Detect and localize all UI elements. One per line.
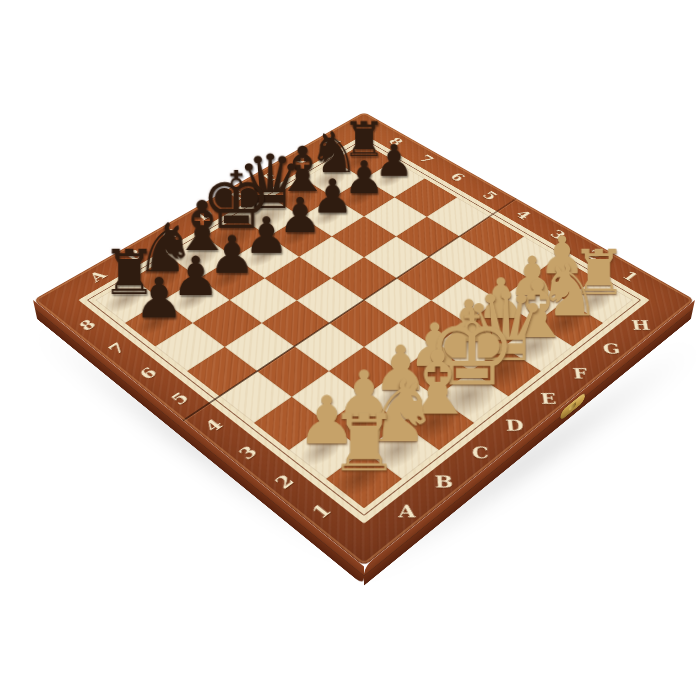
scene-3d: AABBCCDDEEFFGGHH1122334455667788 ♜♞♝♚♛♝♞… bbox=[0, 0, 700, 700]
white-bishop-icon: ♝ bbox=[361, 302, 514, 427]
product-photo: AABBCCDDEEFFGGHH1122334455667788 ♜♞♝♚♛♝♞… bbox=[0, 0, 700, 700]
white-pawn-icon: ♟ bbox=[287, 302, 440, 427]
chess-board: AABBCCDDEEFFGGHH1122334455667788 ♜♞♝♚♛♝♞… bbox=[33, 112, 695, 567]
white-knight-icon: ♞ bbox=[323, 327, 479, 454]
white-rook-icon: ♜ bbox=[284, 353, 444, 483]
brass-clasp-pin bbox=[569, 401, 576, 411]
white-pawn-icon: ♟ bbox=[248, 327, 404, 454]
